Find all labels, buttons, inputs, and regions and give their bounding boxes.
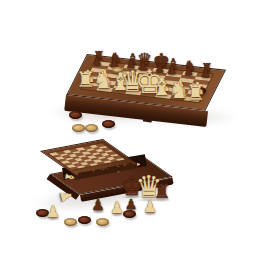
piece-shadow <box>110 213 124 217</box>
product-photo-chess-set: ♜♞♝♛♚♝♞♜♟♟♟♟♟♟♟♟♟♟♟♟♟♟♟♟♜♞♝♛♚♝♞♜♝♟♞♟♝♟♟♝… <box>0 0 254 273</box>
piece-dark-p: ♟ <box>122 197 140 211</box>
checker-disc <box>123 210 136 218</box>
piece-shadow <box>91 210 105 214</box>
piece-shadow <box>136 198 163 202</box>
board-square <box>116 157 125 160</box>
piece-dark-p: ♟ <box>88 198 108 213</box>
checker-disc <box>102 120 115 128</box>
piece-shadow <box>120 195 143 199</box>
checker-disc <box>78 216 91 224</box>
checker-disc <box>72 124 85 132</box>
checker-disc <box>36 209 49 217</box>
checker-disc <box>96 218 109 226</box>
piece-shadow <box>46 217 60 221</box>
board-clasp <box>143 117 153 123</box>
board-square <box>184 97 200 102</box>
piece-light-p: ♟ <box>140 199 161 215</box>
piece-light-p: ♟ <box>107 200 128 216</box>
checker-disc <box>64 218 77 226</box>
piece-shadow <box>125 208 138 212</box>
piece-shadow <box>153 198 171 202</box>
piece-light-p: ♟ <box>43 204 64 220</box>
pieces-overlay: ♜♞♝♛♚♝♞♜♟♟♟♟♟♟♟♟♟♟♟♟♟♟♟♟♜♞♝♛♚♝♞♜♝♟♞♟♝♟♟♝… <box>0 0 254 273</box>
checker-disc <box>85 124 98 132</box>
piece-shadow <box>143 212 157 216</box>
